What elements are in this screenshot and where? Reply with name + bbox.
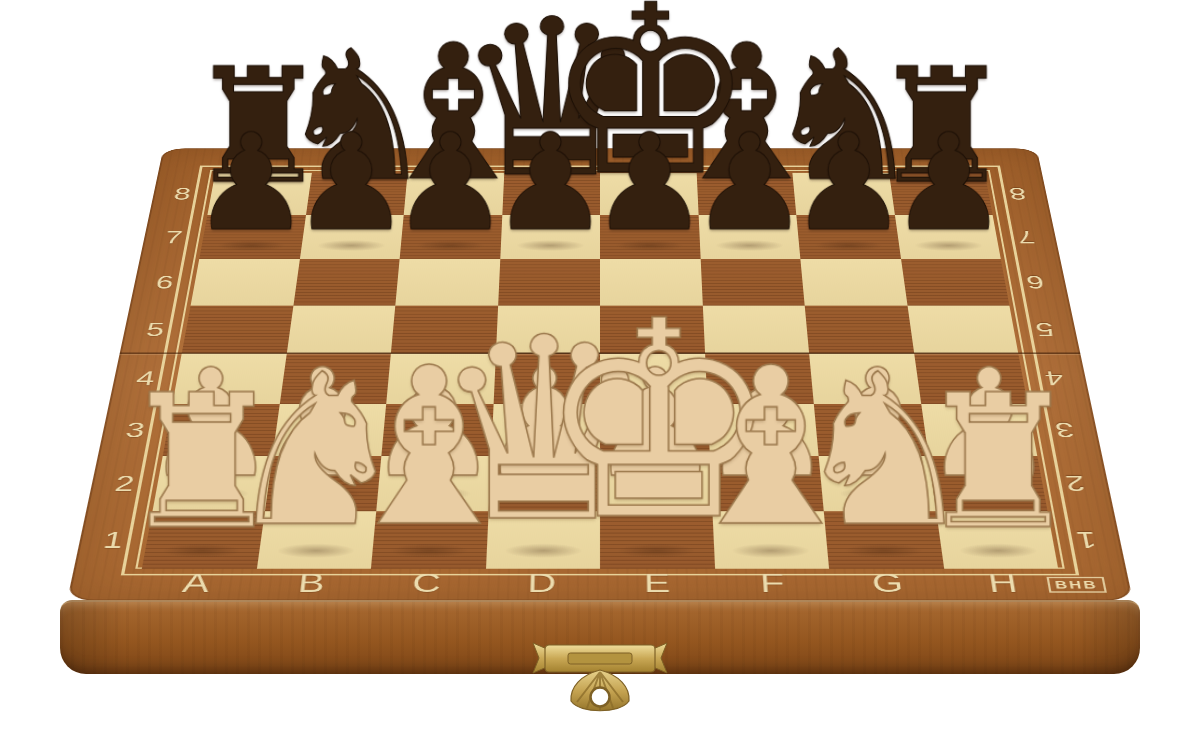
board-tilt: 87654321 87654321 ABCDEFGH BHB ♜♞♝♛♚♝♞♜♟… [67,148,1133,600]
square-a7[interactable] [199,215,305,259]
square-g6[interactable] [800,259,907,305]
square-h7[interactable] [894,215,1000,259]
piece-white-bishop-f1[interactable]: ♝ [651,344,890,551]
square-e7[interactable] [600,215,700,259]
square-a8[interactable] [207,173,311,215]
square-h6[interactable] [901,259,1010,305]
square-b7[interactable] [299,215,403,259]
square-g8[interactable] [792,173,894,215]
piece-white-rook-a1[interactable]: ♜ [82,375,321,551]
square-e8[interactable] [600,173,698,215]
piece-white-bishop-c1[interactable]: ♝ [310,344,549,551]
square-f7[interactable] [698,215,800,259]
square-d7[interactable] [500,215,600,259]
square-b6[interactable] [293,259,400,305]
square-c8[interactable] [404,173,504,215]
square-d8[interactable] [502,173,600,215]
square-g7[interactable] [796,215,900,259]
square-f8[interactable] [696,173,796,215]
square-c7[interactable] [400,215,502,259]
square-a6[interactable] [191,259,300,305]
brass-clasp-icon [525,641,675,729]
product-photo-chess-set: { "game": "chess", "board_type": "wooden… [0,0,1200,755]
square-h8[interactable] [889,173,993,215]
square-b8[interactable] [306,173,408,215]
piece-white-rook-h1[interactable]: ♜ [878,375,1117,551]
